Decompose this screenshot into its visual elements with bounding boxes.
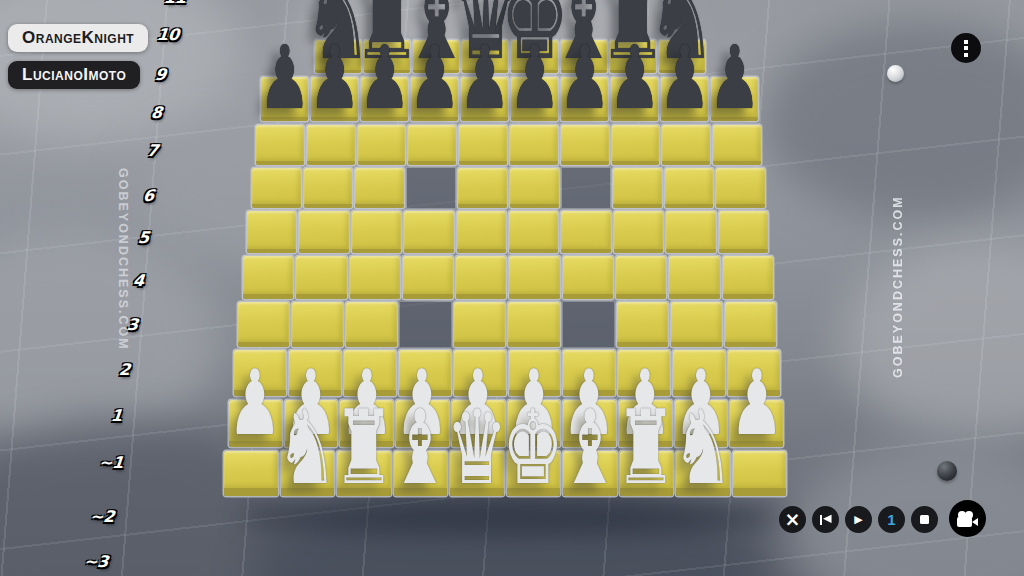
- square-d8[interactable]: [408, 125, 456, 165]
- skip-back-triangle-icon: ▶: [823, 513, 831, 526]
- rank-label-9: 9: [154, 65, 167, 84]
- square-f7[interactable]: [510, 168, 559, 208]
- square-f4[interactable]: [508, 302, 559, 347]
- stop-button[interactable]: [911, 506, 938, 533]
- square-c5[interactable]: [350, 256, 400, 299]
- square-b5[interactable]: [296, 256, 346, 299]
- missing-square-d7: [407, 168, 456, 208]
- play-button[interactable]: ▶: [845, 506, 872, 533]
- square-g8[interactable]: [561, 125, 609, 165]
- square-a6[interactable]: [247, 211, 296, 253]
- rank-label-11: 11: [163, 0, 187, 7]
- square-h7[interactable]: [613, 168, 662, 208]
- square-b8[interactable]: [307, 125, 355, 165]
- square-a8[interactable]: [256, 125, 304, 165]
- square-j6[interactable]: [719, 211, 768, 253]
- square-e6[interactable]: [457, 211, 506, 253]
- square-c7[interactable]: [355, 168, 404, 208]
- square-c4[interactable]: [346, 302, 397, 347]
- missing-square-g4: [563, 302, 614, 347]
- square-a7[interactable]: [252, 168, 301, 208]
- rank-label-neg3: ~3: [83, 552, 110, 571]
- rank-label-7: 7: [146, 141, 159, 160]
- square-e4[interactable]: [454, 302, 505, 347]
- black-sphere: [937, 461, 957, 481]
- square-j5[interactable]: [723, 256, 773, 299]
- square-b6[interactable]: [299, 211, 348, 253]
- square-e5[interactable]: [456, 256, 506, 299]
- square-b7[interactable]: [304, 168, 353, 208]
- square-a5[interactable]: [243, 256, 293, 299]
- move-number: 1: [887, 511, 895, 528]
- board-row-rank-5: [243, 256, 773, 299]
- square-a4[interactable]: [238, 302, 289, 347]
- move-number-button[interactable]: 1: [878, 506, 905, 533]
- rank-label-10: 10: [156, 25, 180, 44]
- square-i8[interactable]: [662, 125, 710, 165]
- rank-label-8: 8: [150, 103, 163, 122]
- board-row-rank-4: [238, 302, 776, 347]
- rank-label-1: 1: [110, 406, 123, 425]
- square-i6[interactable]: [666, 211, 715, 253]
- square-d6[interactable]: [404, 211, 453, 253]
- square-h5[interactable]: [616, 256, 666, 299]
- square-b4[interactable]: [292, 302, 343, 347]
- board-row-rank-7: [252, 168, 765, 208]
- skip-to-start-button[interactable]: ▶: [812, 506, 839, 533]
- square-g6[interactable]: [561, 211, 610, 253]
- movie-camera-icon: [957, 511, 979, 527]
- square-j4[interactable]: [725, 302, 776, 347]
- missing-square-d4: [400, 302, 451, 347]
- square-c6[interactable]: [352, 211, 401, 253]
- close-icon: ×: [785, 508, 801, 530]
- rank-label-5: 5: [137, 228, 150, 247]
- square-c8[interactable]: [358, 125, 406, 165]
- square-e8[interactable]: [459, 125, 507, 165]
- stop-icon: [920, 515, 929, 524]
- board-row-rank-8: [256, 125, 761, 165]
- player-badge-black: LucianoImoto: [8, 61, 140, 89]
- board-row-rank-1: ♞♜♝♛♚♝♜♞: [224, 451, 786, 496]
- square-h6[interactable]: [614, 211, 663, 253]
- rank-label-6: 6: [142, 186, 155, 205]
- square-g5[interactable]: [563, 256, 613, 299]
- rank-label-neg2: ~2: [89, 507, 116, 526]
- square-i7[interactable]: [665, 168, 714, 208]
- close-button[interactable]: ×: [779, 506, 806, 533]
- square-i4[interactable]: [671, 302, 722, 347]
- square-h4[interactable]: [617, 302, 668, 347]
- skip-back-icon: [820, 515, 823, 525]
- board-row-rank-9: ♟♟♟♟♟♟♟♟♟♟: [261, 77, 758, 121]
- square-j7[interactable]: [716, 168, 765, 208]
- square-d5[interactable]: [403, 256, 453, 299]
- square-h8[interactable]: [612, 125, 660, 165]
- square-j1[interactable]: [733, 451, 787, 496]
- square-f6[interactable]: [509, 211, 558, 253]
- camera-button[interactable]: [949, 500, 986, 537]
- watermark-left: GOBEYONDCHESS.COM: [116, 168, 130, 378]
- square-e7[interactable]: [458, 168, 507, 208]
- watermark-right: GOBEYONDCHESS.COM: [891, 168, 905, 378]
- square-i5[interactable]: [669, 256, 719, 299]
- rank-label-4: 4: [132, 271, 145, 290]
- play-icon: ▶: [854, 513, 862, 526]
- square-j8[interactable]: [713, 125, 761, 165]
- game-stage: ♞♜♝♛♚♝♜♞♟♟♟♟♟♟♟♟♟♟♟♟♟♟♟♟♟♟♟♟♞♜♝♛♚♝♜♞ 111…: [0, 0, 1024, 576]
- black-pawn-j9[interactable]: ♟: [698, 33, 771, 121]
- square-f5[interactable]: [509, 256, 559, 299]
- rank-label-neg1: ~1: [98, 453, 125, 472]
- white-sphere: [887, 65, 904, 82]
- missing-square-g7: [562, 168, 611, 208]
- square-f8[interactable]: [510, 125, 558, 165]
- player-badge-white: OrangeKnight: [8, 24, 148, 52]
- menu-button[interactable]: [951, 33, 981, 63]
- board-row-rank-6: [247, 211, 768, 253]
